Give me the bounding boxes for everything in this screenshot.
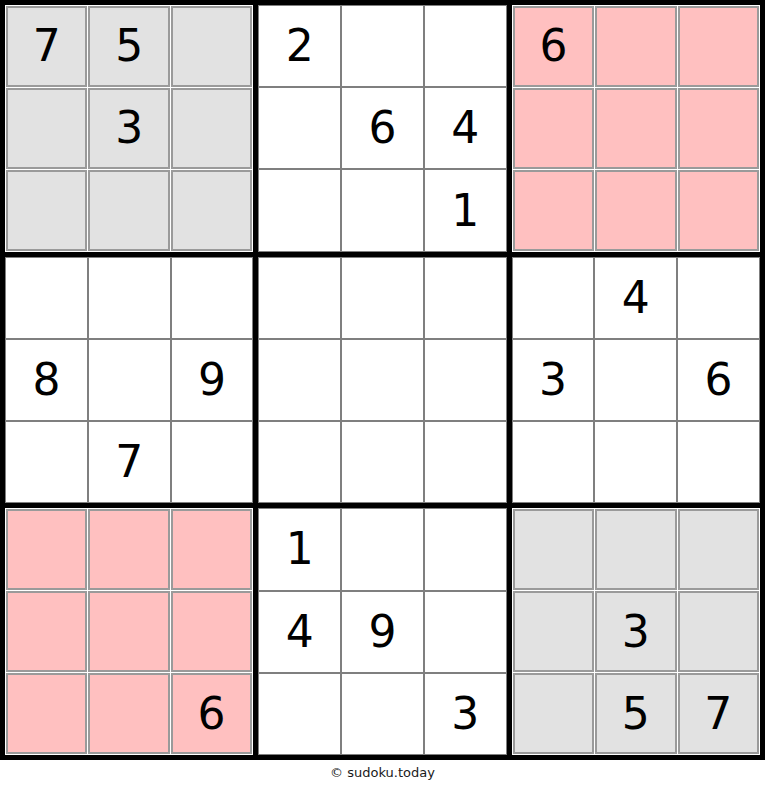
cell-r9c9[interactable]: 7 <box>678 673 759 754</box>
cell-r8c8[interactable]: 3 <box>595 591 676 672</box>
cell-r5c8[interactable] <box>594 339 677 421</box>
box-r1c3: 6 <box>512 5 760 252</box>
cell-r4c3[interactable] <box>171 257 254 339</box>
cell-r2c9[interactable] <box>678 88 759 169</box>
cell-r7c7[interactable] <box>513 509 594 590</box>
box-r1c2: 2641 <box>258 5 506 252</box>
cell-r3c4[interactable] <box>258 169 341 251</box>
cell-r8c4[interactable]: 4 <box>258 591 341 673</box>
cell-r3c7[interactable] <box>513 170 594 251</box>
cell-r6c1[interactable] <box>5 421 88 503</box>
box-r3c1: 6 <box>5 508 253 755</box>
cell-r9c3[interactable]: 6 <box>171 673 252 754</box>
cell-r9c6[interactable]: 3 <box>424 673 507 755</box>
cell-r8c6[interactable] <box>424 591 507 673</box>
cell-r3c2[interactable] <box>88 170 169 251</box>
cell-r7c4[interactable]: 1 <box>258 508 341 590</box>
cell-r6c9[interactable] <box>677 421 760 503</box>
cell-r4c9[interactable] <box>677 257 760 339</box>
cell-r9c5[interactable] <box>341 673 424 755</box>
cell-r2c7[interactable] <box>513 88 594 169</box>
box-r3c3: 357 <box>512 508 760 755</box>
box-r3c2: 1493 <box>258 508 506 755</box>
cell-r6c7[interactable] <box>512 421 595 503</box>
cell-r6c3[interactable] <box>171 421 254 503</box>
cell-r5c2[interactable] <box>88 339 171 421</box>
cell-r1c1[interactable]: 7 <box>6 6 87 87</box>
cell-r2c1[interactable] <box>6 88 87 169</box>
cell-r5c3[interactable]: 9 <box>171 339 254 421</box>
cell-r2c6[interactable]: 4 <box>424 87 507 169</box>
cell-r2c8[interactable] <box>595 88 676 169</box>
cell-r4c2[interactable] <box>88 257 171 339</box>
cell-r8c3[interactable] <box>171 591 252 672</box>
cell-r6c4[interactable] <box>258 421 341 503</box>
box-r2c1: 897 <box>5 257 253 504</box>
box-r2c3: 436 <box>512 257 760 504</box>
cell-r9c1[interactable] <box>6 673 87 754</box>
footer-copyright: © sudoku.today <box>0 760 765 785</box>
sudoku-board: 7532641689743661493357 <box>0 0 765 760</box>
cell-r1c2[interactable]: 5 <box>88 6 169 87</box>
cell-r7c5[interactable] <box>341 508 424 590</box>
cell-r6c5[interactable] <box>341 421 424 503</box>
cell-r7c3[interactable] <box>171 509 252 590</box>
cell-r9c4[interactable] <box>258 673 341 755</box>
cell-r3c9[interactable] <box>678 170 759 251</box>
cell-r4c5[interactable] <box>341 257 424 339</box>
cell-r5c6[interactable] <box>424 339 507 421</box>
cell-r4c8[interactable]: 4 <box>594 257 677 339</box>
cell-r8c7[interactable] <box>513 591 594 672</box>
cell-r6c8[interactable] <box>594 421 677 503</box>
cell-r3c8[interactable] <box>595 170 676 251</box>
cell-r2c4[interactable] <box>258 87 341 169</box>
cell-r7c8[interactable] <box>595 509 676 590</box>
cell-r4c1[interactable] <box>5 257 88 339</box>
cell-r1c3[interactable] <box>171 6 252 87</box>
cell-r5c5[interactable] <box>341 339 424 421</box>
cell-r1c4[interactable]: 2 <box>258 5 341 87</box>
cell-r5c9[interactable]: 6 <box>677 339 760 421</box>
cell-r2c5[interactable]: 6 <box>341 87 424 169</box>
cell-r1c5[interactable] <box>341 5 424 87</box>
cell-r6c2[interactable]: 7 <box>88 421 171 503</box>
cell-r3c6[interactable]: 1 <box>424 169 507 251</box>
cell-r7c1[interactable] <box>6 509 87 590</box>
cell-r7c2[interactable] <box>88 509 169 590</box>
cell-r9c7[interactable] <box>513 673 594 754</box>
box-r2c2 <box>258 257 506 504</box>
cell-r1c9[interactable] <box>678 6 759 87</box>
cell-r9c2[interactable] <box>88 673 169 754</box>
cell-r9c8[interactable]: 5 <box>595 673 676 754</box>
cell-r1c8[interactable] <box>595 6 676 87</box>
cell-r3c5[interactable] <box>341 169 424 251</box>
cell-r5c4[interactable] <box>258 339 341 421</box>
cell-r8c1[interactable] <box>6 591 87 672</box>
cell-r5c7[interactable]: 3 <box>512 339 595 421</box>
cell-r8c5[interactable]: 9 <box>341 591 424 673</box>
cell-r2c2[interactable]: 3 <box>88 88 169 169</box>
cell-r4c7[interactable] <box>512 257 595 339</box>
cell-r4c6[interactable] <box>424 257 507 339</box>
cell-r8c9[interactable] <box>678 591 759 672</box>
cell-r7c6[interactable] <box>424 508 507 590</box>
cell-r8c2[interactable] <box>88 591 169 672</box>
cell-r4c4[interactable] <box>258 257 341 339</box>
cell-r5c1[interactable]: 8 <box>5 339 88 421</box>
cell-r1c6[interactable] <box>424 5 507 87</box>
cell-r1c7[interactable]: 6 <box>513 6 594 87</box>
cell-r2c3[interactable] <box>171 88 252 169</box>
box-r1c1: 753 <box>5 5 253 252</box>
cell-r3c1[interactable] <box>6 170 87 251</box>
cell-r6c6[interactable] <box>424 421 507 503</box>
cell-r3c3[interactable] <box>171 170 252 251</box>
cell-r7c9[interactable] <box>678 509 759 590</box>
sudoku-page: 7532641689743661493357 © sudoku.today <box>0 0 765 785</box>
